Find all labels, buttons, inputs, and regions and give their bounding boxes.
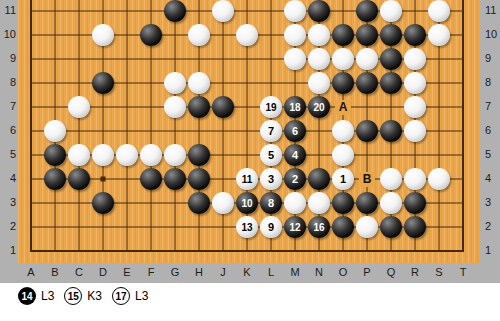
move-7-stone-L6: 7 <box>260 120 282 142</box>
stone-R6 <box>404 120 426 142</box>
stone-O9 <box>332 48 354 70</box>
go-board[interactable]: 1918207654113211081391216AB <box>18 0 480 263</box>
stone-Q8 <box>380 72 402 94</box>
stone-P10 <box>356 24 378 46</box>
move-10-stone-K3: 10 <box>236 192 258 214</box>
stone-R4 <box>404 168 426 190</box>
col-label-S: S <box>431 266 447 278</box>
stone-Q11 <box>380 0 402 22</box>
row-label-right-1: 1 <box>485 244 499 256</box>
stone-M10 <box>284 24 306 46</box>
stone-R3 <box>404 192 426 214</box>
stone-Q6 <box>380 120 402 142</box>
col-label-M: M <box>287 266 303 278</box>
stone-G4 <box>164 168 186 190</box>
stone-Q4 <box>380 168 402 190</box>
move-18-stone-M7: 18 <box>284 96 306 118</box>
row-label-left-2: 2 <box>0 220 16 232</box>
row-label-left-3: 3 <box>0 196 16 208</box>
stone-P11 <box>356 0 378 22</box>
stone-R10 <box>404 24 426 46</box>
stone-S10 <box>428 24 450 46</box>
col-label-D: D <box>95 266 111 278</box>
stone-O5 <box>332 144 354 166</box>
stone-M3 <box>284 192 306 214</box>
stone-G5 <box>164 144 186 166</box>
stone-K10 <box>236 24 258 46</box>
star-point-D4 <box>101 177 106 182</box>
stone-O8 <box>332 72 354 94</box>
row-label-right-11: 11 <box>485 4 499 16</box>
stone-D8 <box>92 72 114 94</box>
stone-P8 <box>356 72 378 94</box>
stone-H10 <box>188 24 210 46</box>
stone-O2 <box>332 216 354 238</box>
col-label-L: L <box>263 266 279 278</box>
row-label-left-7: 7 <box>0 100 16 112</box>
move-4-stone-M5: 4 <box>284 144 306 166</box>
mark-A-O7: A <box>335 100 351 115</box>
stone-R8 <box>404 72 426 94</box>
col-label-E: E <box>119 266 135 278</box>
row-label-left-1: 1 <box>0 244 16 256</box>
stone-R9 <box>404 48 426 70</box>
caption-stone-14: 14 <box>18 287 36 305</box>
stone-D5 <box>92 144 114 166</box>
row-label-right-3: 3 <box>485 196 499 208</box>
stone-R7 <box>404 96 426 118</box>
move-6-stone-M6: 6 <box>284 120 306 142</box>
stone-F5 <box>140 144 162 166</box>
move-16-stone-N2: 16 <box>308 216 330 238</box>
stone-P2 <box>356 216 378 238</box>
row-label-left-9: 9 <box>0 52 16 64</box>
stone-N11 <box>308 0 330 22</box>
row-label-left-10: 10 <box>0 28 16 40</box>
col-label-F: F <box>143 266 159 278</box>
stone-J11 <box>212 0 234 22</box>
stone-Q9 <box>380 48 402 70</box>
stone-J7 <box>212 96 234 118</box>
stone-S11 <box>428 0 450 22</box>
stone-D10 <box>92 24 114 46</box>
col-label-J: J <box>215 266 231 278</box>
col-label-T: T <box>455 266 471 278</box>
row-label-right-4: 4 <box>485 172 499 184</box>
stone-Q10 <box>380 24 402 46</box>
caption-stone-15: 15 <box>64 287 82 305</box>
stone-H5 <box>188 144 210 166</box>
row-label-right-9: 9 <box>485 52 499 64</box>
stone-P6 <box>356 120 378 142</box>
stone-B5 <box>44 144 66 166</box>
stone-C7 <box>68 96 90 118</box>
move-11-stone-K4: 11 <box>236 168 258 190</box>
caption-point-17: L3 <box>135 289 148 303</box>
stone-S4 <box>428 168 450 190</box>
stone-C5 <box>68 144 90 166</box>
move-20-stone-N7: 20 <box>308 96 330 118</box>
col-label-R: R <box>407 266 423 278</box>
go-diagram: 1918207654113211081391216AB 14L315K317L3… <box>0 0 500 321</box>
stone-M9 <box>284 48 306 70</box>
mark-B-P4: B <box>359 172 375 187</box>
row-label-right-2: 2 <box>485 220 499 232</box>
stone-O10 <box>332 24 354 46</box>
row-label-right-6: 6 <box>485 124 499 136</box>
stone-O3 <box>332 192 354 214</box>
col-label-C: C <box>71 266 87 278</box>
stone-B6 <box>44 120 66 142</box>
move-2-stone-M4: 2 <box>284 168 306 190</box>
move-13-stone-K2: 13 <box>236 216 258 238</box>
stone-M11 <box>284 0 306 22</box>
stone-G7 <box>164 96 186 118</box>
stone-N10 <box>308 24 330 46</box>
caption-point-14: L3 <box>41 289 54 303</box>
stone-F10 <box>140 24 162 46</box>
stone-O6 <box>332 120 354 142</box>
move-9-stone-L2: 9 <box>260 216 282 238</box>
col-label-P: P <box>359 266 375 278</box>
row-label-right-7: 7 <box>485 100 499 112</box>
stone-R2 <box>404 216 426 238</box>
move-caption: 14L315K317L3 <box>18 285 158 307</box>
col-label-K: K <box>239 266 255 278</box>
move-12-stone-M2: 12 <box>284 216 306 238</box>
col-label-H: H <box>191 266 207 278</box>
move-1-stone-O4: 1 <box>332 168 354 190</box>
move-3-stone-L4: 3 <box>260 168 282 190</box>
stone-C4 <box>68 168 90 190</box>
stone-G11 <box>164 0 186 22</box>
row-label-right-10: 10 <box>485 28 499 40</box>
move-5-stone-L5: 5 <box>260 144 282 166</box>
caption-stone-17: 17 <box>112 287 130 305</box>
stone-H8 <box>188 72 210 94</box>
row-label-right-5: 5 <box>485 148 499 160</box>
stone-N8 <box>308 72 330 94</box>
move-19-stone-L7: 19 <box>260 96 282 118</box>
stone-Q2 <box>380 216 402 238</box>
stone-H4 <box>188 168 210 190</box>
stone-D3 <box>92 192 114 214</box>
stone-N3 <box>308 192 330 214</box>
caption-point-15: K3 <box>87 289 102 303</box>
row-label-left-5: 5 <box>0 148 16 160</box>
col-label-G: G <box>167 266 183 278</box>
col-label-B: B <box>47 266 63 278</box>
stone-J3 <box>212 192 234 214</box>
stone-N4 <box>308 168 330 190</box>
row-label-left-11: 11 <box>0 4 16 16</box>
stone-H3 <box>188 192 210 214</box>
stone-Q3 <box>380 192 402 214</box>
col-label-O: O <box>335 266 351 278</box>
stone-N9 <box>308 48 330 70</box>
col-label-Q: Q <box>383 266 399 278</box>
stone-E5 <box>116 144 138 166</box>
stone-F4 <box>140 168 162 190</box>
move-8-stone-L3: 8 <box>260 192 282 214</box>
row-label-left-4: 4 <box>0 172 16 184</box>
stone-P9 <box>356 48 378 70</box>
row-label-right-8: 8 <box>485 76 499 88</box>
col-label-N: N <box>311 266 327 278</box>
stone-H7 <box>188 96 210 118</box>
row-label-left-6: 6 <box>0 124 16 136</box>
row-label-left-8: 8 <box>0 76 16 88</box>
stone-G8 <box>164 72 186 94</box>
stone-B4 <box>44 168 66 190</box>
stone-P3 <box>356 192 378 214</box>
col-label-A: A <box>23 266 39 278</box>
